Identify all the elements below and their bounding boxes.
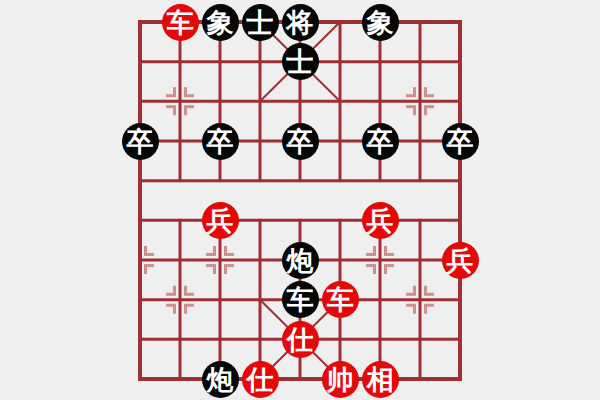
piece-black-soldier[interactable]: 卒 — [362, 123, 399, 160]
piece-red-soldier[interactable]: 兵 — [442, 242, 479, 279]
xiangqi-board[interactable]: 车象士将象士卒卒卒卒卒兵兵炮兵车车仕炮仕帅相 — [0, 0, 600, 400]
piece-black-cannon[interactable]: 炮 — [202, 361, 239, 398]
pieces-layer: 车象士将象士卒卒卒卒卒兵兵炮兵车车仕炮仕帅相 — [120, 2, 480, 399]
piece-black-elephant[interactable]: 象 — [202, 4, 239, 41]
piece-black-soldier[interactable]: 卒 — [202, 123, 239, 160]
piece-black-soldier[interactable]: 卒 — [282, 123, 319, 160]
piece-red-elephant[interactable]: 相 — [362, 361, 399, 398]
piece-black-cannon[interactable]: 炮 — [282, 242, 319, 279]
piece-black-soldier[interactable]: 卒 — [442, 123, 479, 160]
piece-red-advisor[interactable]: 仕 — [242, 361, 279, 398]
piece-black-advisor[interactable]: 士 — [242, 4, 279, 41]
piece-red-advisor[interactable]: 仕 — [282, 321, 319, 358]
piece-black-chariot[interactable]: 车 — [282, 281, 319, 318]
piece-black-advisor[interactable]: 士 — [282, 43, 319, 80]
piece-red-soldier[interactable]: 兵 — [362, 202, 399, 239]
piece-red-soldier[interactable]: 兵 — [202, 202, 239, 239]
piece-red-general[interactable]: 帅 — [322, 361, 359, 398]
piece-red-chariot[interactable]: 车 — [162, 4, 199, 41]
screenshot-background: 车象士将象士卒卒卒卒卒兵兵炮兵车车仕炮仕帅相 — [0, 0, 600, 400]
piece-black-elephant[interactable]: 象 — [362, 4, 399, 41]
piece-red-chariot[interactable]: 车 — [322, 281, 359, 318]
piece-black-general[interactable]: 将 — [282, 4, 319, 41]
piece-black-soldier[interactable]: 卒 — [122, 123, 159, 160]
